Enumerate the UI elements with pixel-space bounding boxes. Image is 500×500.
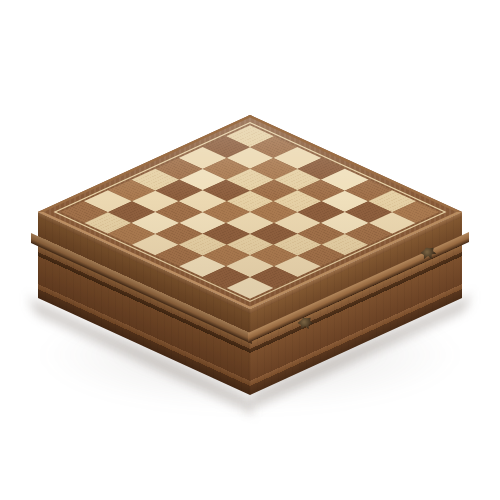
product-photo: [0, 0, 500, 500]
